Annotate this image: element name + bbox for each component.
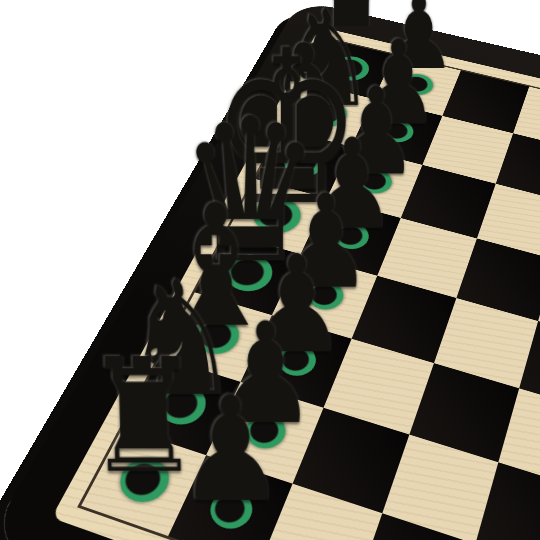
piece-black-pawn[interactable]: ♟ xyxy=(149,377,311,522)
chess-board-frame: ♜♞♝♛♚♝♞♜♟♟♟♟♟♟♟♟ xyxy=(0,0,540,540)
photo-scene: ♜♞♝♛♚♝♞♜♟♟♟♟♟♟♟♟ xyxy=(0,0,540,540)
